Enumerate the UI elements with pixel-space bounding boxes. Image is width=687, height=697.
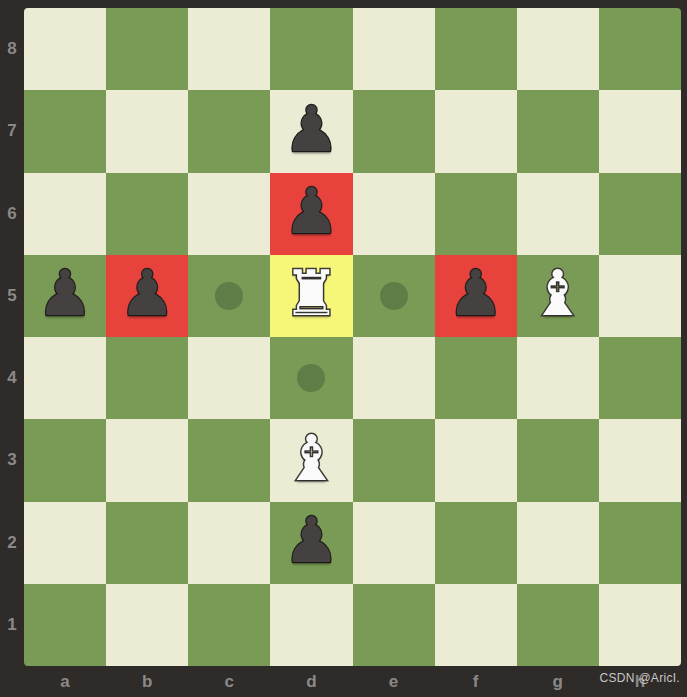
- square-h8[interactable]: [599, 8, 681, 90]
- rank-label-8: 8: [0, 8, 24, 90]
- file-label-d: d: [270, 666, 352, 697]
- square-h5[interactable]: [599, 255, 681, 337]
- square-d3[interactable]: ♝: [270, 419, 352, 501]
- file-label-a: a: [24, 666, 106, 697]
- square-h1[interactable]: [599, 584, 681, 666]
- square-e2[interactable]: [353, 502, 435, 584]
- square-b3[interactable]: [106, 419, 188, 501]
- square-c1[interactable]: [188, 584, 270, 666]
- square-e6[interactable]: [353, 173, 435, 255]
- move-dot[interactable]: [215, 282, 243, 310]
- rank-label-5: 5: [0, 255, 24, 337]
- square-d6[interactable]: ♟: [270, 173, 352, 255]
- square-e1[interactable]: [353, 584, 435, 666]
- watermark: CSDN @AricI.: [600, 671, 680, 685]
- square-e7[interactable]: [353, 90, 435, 172]
- white-bishop[interactable]: ♝: [530, 262, 586, 325]
- square-e3[interactable]: [353, 419, 435, 501]
- square-d1[interactable]: [270, 584, 352, 666]
- square-d2[interactable]: ♟: [270, 502, 352, 584]
- square-b7[interactable]: [106, 90, 188, 172]
- board: ♟♟♟♟♜♟♝♝♟: [24, 8, 681, 666]
- square-a1[interactable]: [24, 584, 106, 666]
- square-d7[interactable]: ♟: [270, 90, 352, 172]
- rank-label-7: 7: [0, 90, 24, 172]
- file-labels: abcdefgh: [24, 666, 681, 697]
- square-f3[interactable]: [435, 419, 517, 501]
- square-b2[interactable]: [106, 502, 188, 584]
- square-g6[interactable]: [517, 173, 599, 255]
- square-a7[interactable]: [24, 90, 106, 172]
- square-b4[interactable]: [106, 337, 188, 419]
- square-b8[interactable]: [106, 8, 188, 90]
- rank-label-4: 4: [0, 337, 24, 419]
- square-c2[interactable]: [188, 502, 270, 584]
- square-g5[interactable]: ♝: [517, 255, 599, 337]
- square-a8[interactable]: [24, 8, 106, 90]
- white-rook[interactable]: ♜: [283, 262, 339, 325]
- square-h3[interactable]: [599, 419, 681, 501]
- square-e5[interactable]: [353, 255, 435, 337]
- black-pawn[interactable]: ♟: [283, 98, 339, 161]
- file-label-g: g: [517, 666, 599, 697]
- square-c3[interactable]: [188, 419, 270, 501]
- square-c8[interactable]: [188, 8, 270, 90]
- black-pawn[interactable]: ♟: [447, 262, 503, 325]
- square-a4[interactable]: [24, 337, 106, 419]
- black-pawn[interactable]: ♟: [37, 262, 93, 325]
- rank-label-6: 6: [0, 173, 24, 255]
- square-c5[interactable]: [188, 255, 270, 337]
- square-a3[interactable]: [24, 419, 106, 501]
- square-g7[interactable]: [517, 90, 599, 172]
- square-f8[interactable]: [435, 8, 517, 90]
- file-label-e: e: [353, 666, 435, 697]
- square-g8[interactable]: [517, 8, 599, 90]
- square-f2[interactable]: [435, 502, 517, 584]
- move-dot[interactable]: [380, 282, 408, 310]
- board-frame: 87654321 ♟♟♟♟♜♟♝♝♟ abcdefgh CSDN @AricI.: [0, 0, 687, 697]
- square-c7[interactable]: [188, 90, 270, 172]
- black-pawn[interactable]: ♟: [283, 180, 339, 243]
- square-b1[interactable]: [106, 584, 188, 666]
- move-dot[interactable]: [297, 364, 325, 392]
- rank-label-1: 1: [0, 584, 24, 666]
- square-e8[interactable]: [353, 8, 435, 90]
- square-g4[interactable]: [517, 337, 599, 419]
- square-f7[interactable]: [435, 90, 517, 172]
- square-f5[interactable]: ♟: [435, 255, 517, 337]
- black-pawn[interactable]: ♟: [283, 509, 339, 572]
- white-bishop[interactable]: ♝: [283, 427, 339, 490]
- square-h6[interactable]: [599, 173, 681, 255]
- square-g1[interactable]: [517, 584, 599, 666]
- square-a5[interactable]: ♟: [24, 255, 106, 337]
- file-label-b: b: [106, 666, 188, 697]
- square-a2[interactable]: [24, 502, 106, 584]
- square-b6[interactable]: [106, 173, 188, 255]
- file-label-f: f: [435, 666, 517, 697]
- square-f6[interactable]: [435, 173, 517, 255]
- black-pawn[interactable]: ♟: [119, 262, 175, 325]
- square-c4[interactable]: [188, 337, 270, 419]
- square-f4[interactable]: [435, 337, 517, 419]
- square-g3[interactable]: [517, 419, 599, 501]
- square-d4[interactable]: [270, 337, 352, 419]
- square-e4[interactable]: [353, 337, 435, 419]
- square-a6[interactable]: [24, 173, 106, 255]
- rank-label-2: 2: [0, 502, 24, 584]
- rank-label-3: 3: [0, 419, 24, 501]
- square-c6[interactable]: [188, 173, 270, 255]
- square-d8[interactable]: [270, 8, 352, 90]
- square-d5[interactable]: ♜: [270, 255, 352, 337]
- square-g2[interactable]: [517, 502, 599, 584]
- square-h4[interactable]: [599, 337, 681, 419]
- square-h2[interactable]: [599, 502, 681, 584]
- square-h7[interactable]: [599, 90, 681, 172]
- file-label-c: c: [188, 666, 270, 697]
- square-b5[interactable]: ♟: [106, 255, 188, 337]
- rank-labels: 87654321: [0, 8, 24, 666]
- square-f1[interactable]: [435, 584, 517, 666]
